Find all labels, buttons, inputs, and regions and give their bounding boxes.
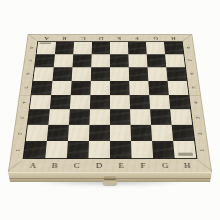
square-g5[interactable] (148, 81, 168, 95)
square-a2[interactable] (26, 125, 49, 141)
coordinate-label: D (88, 160, 110, 171)
square-c2[interactable] (68, 125, 90, 141)
square-e5[interactable] (110, 81, 130, 95)
square-g7[interactable] (147, 54, 167, 67)
square-c7[interactable] (72, 54, 91, 67)
square-f8[interactable] (128, 42, 147, 54)
square-g6[interactable] (148, 67, 168, 80)
square-f5[interactable] (129, 81, 149, 95)
square-e3[interactable] (110, 110, 131, 125)
square-f6[interactable] (129, 67, 149, 80)
square-b6[interactable] (52, 67, 72, 80)
square-c1[interactable] (67, 141, 89, 158)
coordinate-label: B (43, 160, 66, 171)
square-g3[interactable] (150, 110, 172, 125)
coordinate-label: G (154, 160, 177, 171)
square-c4[interactable] (70, 95, 91, 110)
square-g4[interactable] (149, 95, 170, 110)
square-d5[interactable] (90, 81, 110, 95)
square-a4[interactable] (30, 95, 51, 110)
square-b2[interactable] (47, 125, 69, 141)
coordinate-label: C (66, 160, 89, 171)
chessboard: ABCDEFGH ABCDEFGH 87654321 87654321 (8, 34, 212, 172)
square-b8[interactable] (55, 42, 74, 54)
square-h1[interactable] (173, 141, 196, 158)
square-c6[interactable] (72, 67, 92, 80)
square-c8[interactable] (73, 42, 92, 54)
coordinate-label: H (176, 160, 199, 171)
square-d1[interactable] (88, 141, 110, 158)
square-a6[interactable] (33, 67, 53, 80)
square-b7[interactable] (54, 54, 74, 67)
square-h8[interactable] (164, 42, 184, 54)
square-e4[interactable] (110, 95, 130, 110)
square-f3[interactable] (130, 110, 151, 125)
square-h2[interactable] (172, 125, 195, 141)
board-grid (23, 41, 198, 159)
frame-miter-seam (198, 160, 213, 171)
square-h4[interactable] (169, 95, 190, 110)
square-d6[interactable] (91, 67, 110, 80)
square-f2[interactable] (131, 125, 153, 141)
bottom-file-labels: ABCDEFGH (21, 160, 199, 171)
square-d7[interactable] (91, 54, 110, 67)
square-f4[interactable] (130, 95, 151, 110)
coordinate-label: F (132, 160, 155, 171)
square-e1[interactable] (110, 141, 132, 158)
square-a3[interactable] (28, 110, 50, 125)
square-b3[interactable] (48, 110, 70, 125)
square-b5[interactable] (51, 81, 71, 95)
square-h5[interactable] (168, 81, 189, 95)
square-a7[interactable] (35, 54, 55, 67)
clasp-icon (104, 175, 116, 180)
coordinate-label: A (21, 160, 44, 171)
square-b4[interactable] (50, 95, 71, 110)
maker-stamp-icon (39, 42, 51, 44)
square-f1[interactable] (131, 141, 153, 158)
square-d2[interactable] (89, 125, 110, 141)
square-e7[interactable] (110, 54, 129, 67)
clasp-nub (103, 181, 117, 185)
square-h6[interactable] (166, 67, 186, 80)
square-g2[interactable] (151, 125, 173, 141)
square-a5[interactable] (32, 81, 53, 95)
square-f7[interactable] (128, 54, 147, 67)
square-d8[interactable] (92, 42, 110, 54)
maker-stamp-icon (178, 153, 193, 156)
frame-miter-seam (7, 160, 22, 171)
square-b1[interactable] (45, 141, 68, 158)
square-c5[interactable] (71, 81, 91, 95)
square-c3[interactable] (69, 110, 90, 125)
square-d4[interactable] (90, 95, 110, 110)
coordinate-label: E (110, 160, 132, 171)
square-e2[interactable] (110, 125, 131, 141)
square-h7[interactable] (165, 54, 185, 67)
square-e6[interactable] (110, 67, 129, 80)
photo-background: ABCDEFGH ABCDEFGH 87654321 87654321 (0, 0, 220, 220)
square-h3[interactable] (170, 110, 192, 125)
square-g1[interactable] (152, 141, 175, 158)
square-d3[interactable] (89, 110, 110, 125)
square-e8[interactable] (110, 42, 128, 54)
square-g8[interactable] (146, 42, 165, 54)
square-a1[interactable] (24, 141, 47, 158)
